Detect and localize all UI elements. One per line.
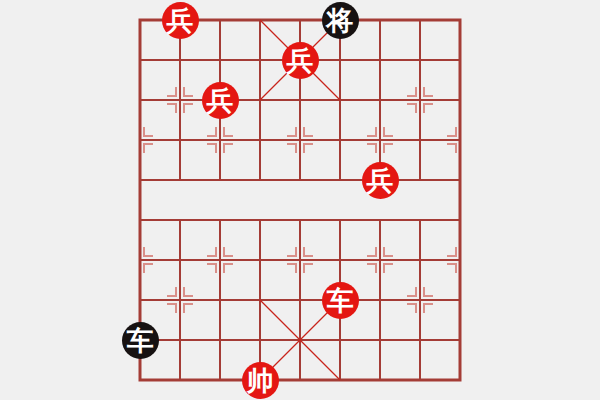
- intersection-f2-r1[interactable]: [200, 40, 240, 80]
- intersection-f2-r7[interactable]: [200, 280, 240, 320]
- intersection-f8-r2[interactable]: [440, 80, 480, 120]
- intersection-f6-r7[interactable]: [360, 280, 400, 320]
- intersection-f1-r4[interactable]: [160, 160, 200, 200]
- intersection-f1-r3[interactable]: [160, 120, 200, 160]
- intersection-f4-r1[interactable]: 兵: [280, 40, 320, 80]
- red-soldier-3[interactable]: 兵: [202, 82, 239, 119]
- intersection-f8-r5[interactable]: [440, 200, 480, 240]
- intersection-f0-r3[interactable]: [120, 120, 160, 160]
- intersection-f8-r1[interactable]: [440, 40, 480, 80]
- intersection-f1-r8[interactable]: [160, 320, 200, 360]
- intersection-f4-r0[interactable]: [280, 0, 320, 40]
- intersection-f4-r4[interactable]: [280, 160, 320, 200]
- intersection-f3-r2[interactable]: [240, 80, 280, 120]
- intersection-f3-r0[interactable]: [240, 0, 280, 40]
- intersection-f8-r7[interactable]: [440, 280, 480, 320]
- intersection-f0-r7[interactable]: [120, 280, 160, 320]
- intersection-f0-r0[interactable]: [120, 0, 160, 40]
- intersection-f3-r5[interactable]: [240, 200, 280, 240]
- intersection-f5-r2[interactable]: [320, 80, 360, 120]
- intersection-f8-r8[interactable]: [440, 320, 480, 360]
- intersection-f4-r8[interactable]: [280, 320, 320, 360]
- intersection-f7-r2[interactable]: [400, 80, 440, 120]
- intersection-f2-r8[interactable]: [200, 320, 240, 360]
- intersection-f7-r6[interactable]: [400, 240, 440, 280]
- intersection-f0-r1[interactable]: [120, 40, 160, 80]
- intersection-f3-r6[interactable]: [240, 240, 280, 280]
- intersection-f6-r9[interactable]: [360, 360, 400, 400]
- black-general[interactable]: 将: [322, 2, 359, 39]
- intersection-f6-r6[interactable]: [360, 240, 400, 280]
- intersection-f5-r0[interactable]: 将: [320, 0, 360, 40]
- intersection-f4-r3[interactable]: [280, 120, 320, 160]
- intersection-f8-r0[interactable]: [440, 0, 480, 40]
- intersection-f6-r4[interactable]: 兵: [360, 160, 400, 200]
- intersection-f6-r1[interactable]: [360, 40, 400, 80]
- intersection-f1-r2[interactable]: [160, 80, 200, 120]
- red-general[interactable]: 帅: [242, 362, 279, 399]
- xiangqi-board: 兵将兵兵兵车车帅: [120, 0, 480, 400]
- intersection-f1-r0[interactable]: 兵: [160, 0, 200, 40]
- intersection-f0-r2[interactable]: [120, 80, 160, 120]
- xiangqi-board-screen: 兵将兵兵兵车车帅: [0, 0, 600, 400]
- intersection-f7-r1[interactable]: [400, 40, 440, 80]
- intersection-f8-r9[interactable]: [440, 360, 480, 400]
- intersection-f7-r3[interactable]: [400, 120, 440, 160]
- intersection-f3-r7[interactable]: [240, 280, 280, 320]
- intersection-f5-r4[interactable]: [320, 160, 360, 200]
- intersection-f2-r2[interactable]: 兵: [200, 80, 240, 120]
- intersection-f5-r8[interactable]: [320, 320, 360, 360]
- intersection-f6-r3[interactable]: [360, 120, 400, 160]
- intersection-f6-r2[interactable]: [360, 80, 400, 120]
- intersection-f7-r8[interactable]: [400, 320, 440, 360]
- intersection-f4-r6[interactable]: [280, 240, 320, 280]
- intersection-f8-r3[interactable]: [440, 120, 480, 160]
- intersection-f8-r4[interactable]: [440, 160, 480, 200]
- intersection-f7-r4[interactable]: [400, 160, 440, 200]
- intersection-f2-r4[interactable]: [200, 160, 240, 200]
- intersection-f5-r7[interactable]: 车: [320, 280, 360, 320]
- intersection-f2-r0[interactable]: [200, 0, 240, 40]
- red-soldier-2[interactable]: 兵: [282, 42, 319, 79]
- intersection-f3-r1[interactable]: [240, 40, 280, 80]
- intersection-f5-r6[interactable]: [320, 240, 360, 280]
- intersection-f5-r9[interactable]: [320, 360, 360, 400]
- intersection-f8-r6[interactable]: [440, 240, 480, 280]
- intersection-f1-r6[interactable]: [160, 240, 200, 280]
- intersection-f6-r8[interactable]: [360, 320, 400, 360]
- intersection-f1-r9[interactable]: [160, 360, 200, 400]
- intersection-f5-r5[interactable]: [320, 200, 360, 240]
- intersection-f4-r2[interactable]: [280, 80, 320, 120]
- black-chariot[interactable]: 车: [122, 322, 159, 359]
- red-soldier-1[interactable]: 兵: [162, 2, 199, 39]
- intersection-f0-r8[interactable]: 车: [120, 320, 160, 360]
- red-soldier-4[interactable]: 兵: [362, 162, 399, 199]
- intersection-f3-r3[interactable]: [240, 120, 280, 160]
- intersection-f7-r9[interactable]: [400, 360, 440, 400]
- intersection-f6-r5[interactable]: [360, 200, 400, 240]
- intersection-f0-r9[interactable]: [120, 360, 160, 400]
- intersection-f2-r6[interactable]: [200, 240, 240, 280]
- intersection-f3-r9[interactable]: 帅: [240, 360, 280, 400]
- intersection-f4-r5[interactable]: [280, 200, 320, 240]
- intersection-f2-r5[interactable]: [200, 200, 240, 240]
- intersection-f7-r0[interactable]: [400, 0, 440, 40]
- intersection-f4-r7[interactable]: [280, 280, 320, 320]
- intersection-f7-r7[interactable]: [400, 280, 440, 320]
- intersection-f0-r5[interactable]: [120, 200, 160, 240]
- intersection-f7-r5[interactable]: [400, 200, 440, 240]
- intersection-f0-r4[interactable]: [120, 160, 160, 200]
- intersection-f0-r6[interactable]: [120, 240, 160, 280]
- intersection-f1-r7[interactable]: [160, 280, 200, 320]
- intersection-f3-r4[interactable]: [240, 160, 280, 200]
- intersection-f1-r1[interactable]: [160, 40, 200, 80]
- intersection-f4-r9[interactable]: [280, 360, 320, 400]
- intersection-f1-r5[interactable]: [160, 200, 200, 240]
- intersection-f3-r8[interactable]: [240, 320, 280, 360]
- red-chariot[interactable]: 车: [322, 282, 359, 319]
- intersection-f5-r1[interactable]: [320, 40, 360, 80]
- intersection-f2-r3[interactable]: [200, 120, 240, 160]
- intersection-f2-r9[interactable]: [200, 360, 240, 400]
- intersection-f5-r3[interactable]: [320, 120, 360, 160]
- intersection-f6-r0[interactable]: [360, 0, 400, 40]
